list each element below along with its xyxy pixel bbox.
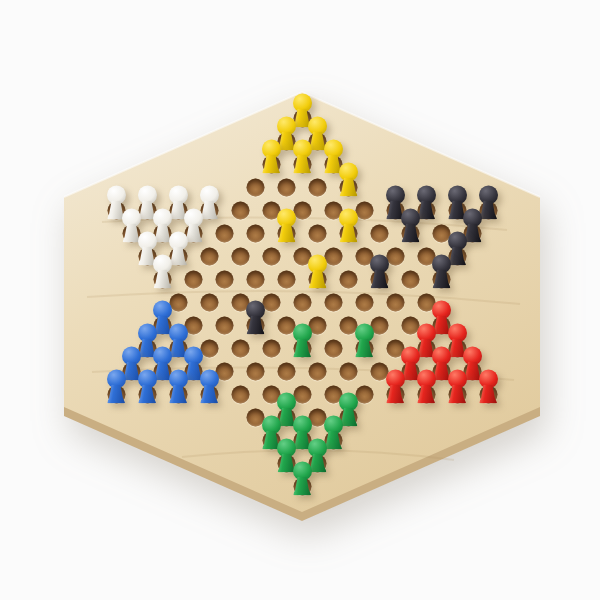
hole-opening <box>324 293 342 311</box>
hole[interactable] <box>225 245 256 268</box>
peg-green[interactable] <box>353 324 375 358</box>
hole-opening <box>309 362 327 380</box>
peg-green[interactable] <box>291 324 313 358</box>
hole-opening <box>309 178 327 196</box>
hole[interactable] <box>473 383 504 406</box>
board-row-17 <box>287 475 318 498</box>
hole[interactable] <box>318 337 349 360</box>
hole-opening <box>402 270 420 288</box>
peg-black[interactable] <box>431 255 453 289</box>
hole[interactable] <box>302 360 333 383</box>
hole-opening <box>231 385 249 403</box>
peg-black[interactable] <box>400 209 422 243</box>
peg-yellow[interactable] <box>291 140 313 174</box>
hole-opening <box>231 339 249 357</box>
hole[interactable] <box>380 291 411 314</box>
hole[interactable] <box>194 383 225 406</box>
peg-black[interactable] <box>369 255 391 289</box>
board-row-4 <box>240 176 364 199</box>
hole-opening <box>216 316 234 334</box>
hole[interactable] <box>101 383 132 406</box>
hole[interactable] <box>225 337 256 360</box>
board-row-7 <box>132 245 473 268</box>
hole[interactable] <box>349 337 380 360</box>
hole[interactable] <box>333 176 364 199</box>
peg-yellow[interactable] <box>338 163 360 197</box>
chinese-checkers-board <box>62 72 542 532</box>
hole-opening <box>247 270 265 288</box>
hole-opening <box>371 224 389 242</box>
hole[interactable] <box>349 291 380 314</box>
hole[interactable] <box>318 291 349 314</box>
peg-red[interactable] <box>477 370 499 404</box>
hole[interactable] <box>302 222 333 245</box>
board-row-8 <box>147 268 457 291</box>
hole-opening <box>200 247 218 265</box>
hole[interactable] <box>225 199 256 222</box>
hole[interactable] <box>395 222 426 245</box>
peg-blue[interactable] <box>105 370 127 404</box>
peg-red[interactable] <box>384 370 406 404</box>
hole-opening <box>247 362 265 380</box>
hole-opening <box>324 339 342 357</box>
hole[interactable] <box>271 360 302 383</box>
board-row-3 <box>256 153 349 176</box>
hole[interactable] <box>302 176 333 199</box>
hole[interactable] <box>256 153 287 176</box>
hole[interactable] <box>287 475 318 498</box>
hole[interactable] <box>240 176 271 199</box>
hole[interactable] <box>271 222 302 245</box>
peg-red[interactable] <box>415 370 437 404</box>
hole[interactable] <box>287 153 318 176</box>
board-grid <box>101 107 504 498</box>
hole[interactable] <box>287 337 318 360</box>
hole-opening <box>278 270 296 288</box>
hole[interactable] <box>380 383 411 406</box>
hole[interactable] <box>225 383 256 406</box>
hole-opening <box>216 270 234 288</box>
hole-opening <box>247 224 265 242</box>
peg-yellow[interactable] <box>307 255 329 289</box>
hole-opening <box>247 178 265 196</box>
hole-opening <box>355 293 373 311</box>
hole[interactable] <box>194 245 225 268</box>
hole[interactable] <box>333 222 364 245</box>
peg-yellow[interactable] <box>276 209 298 243</box>
hole[interactable] <box>209 314 240 337</box>
hole[interactable] <box>132 383 163 406</box>
hole[interactable] <box>209 268 240 291</box>
hole[interactable] <box>287 291 318 314</box>
hole[interactable] <box>209 222 240 245</box>
photo-background <box>0 0 600 600</box>
peg-yellow[interactable] <box>260 140 282 174</box>
hole[interactable] <box>147 268 178 291</box>
hole-opening <box>309 224 327 242</box>
hole-opening <box>293 293 311 311</box>
hole[interactable] <box>194 291 225 314</box>
hole[interactable] <box>426 268 457 291</box>
hole[interactable] <box>256 245 287 268</box>
hole[interactable] <box>178 268 209 291</box>
hole[interactable] <box>240 360 271 383</box>
board-row-13 <box>101 383 504 406</box>
peg-blue[interactable] <box>198 370 220 404</box>
hole[interactable] <box>271 176 302 199</box>
hole-opening <box>262 247 280 265</box>
peg-yellow[interactable] <box>338 209 360 243</box>
hole[interactable] <box>333 268 364 291</box>
hole[interactable] <box>411 383 442 406</box>
hole[interactable] <box>256 337 287 360</box>
hole[interactable] <box>333 360 364 383</box>
hole[interactable] <box>240 268 271 291</box>
hole[interactable] <box>364 222 395 245</box>
peg-blue[interactable] <box>167 370 189 404</box>
hole-opening <box>278 362 296 380</box>
hole-opening <box>262 339 280 357</box>
hole-opening <box>340 270 358 288</box>
peg-green[interactable] <box>291 462 313 496</box>
hole[interactable] <box>395 268 426 291</box>
hole[interactable] <box>302 268 333 291</box>
hole-opening <box>278 178 296 196</box>
hole[interactable] <box>240 314 271 337</box>
board-row-9 <box>163 291 442 314</box>
hole-opening <box>231 201 249 219</box>
hole[interactable] <box>163 383 194 406</box>
peg-blue[interactable] <box>136 370 158 404</box>
peg-red[interactable] <box>446 370 468 404</box>
hole-opening <box>386 293 404 311</box>
board-row-15 <box>256 429 349 452</box>
hole-opening <box>185 270 203 288</box>
peg-black[interactable] <box>245 301 267 335</box>
hole[interactable] <box>364 268 395 291</box>
hole-opening <box>340 362 358 380</box>
hole[interactable] <box>271 268 302 291</box>
hole[interactable] <box>240 222 271 245</box>
hole-opening <box>200 293 218 311</box>
hole[interactable] <box>442 383 473 406</box>
hole-opening <box>231 247 249 265</box>
peg-white[interactable] <box>152 255 174 289</box>
hole-opening <box>216 224 234 242</box>
